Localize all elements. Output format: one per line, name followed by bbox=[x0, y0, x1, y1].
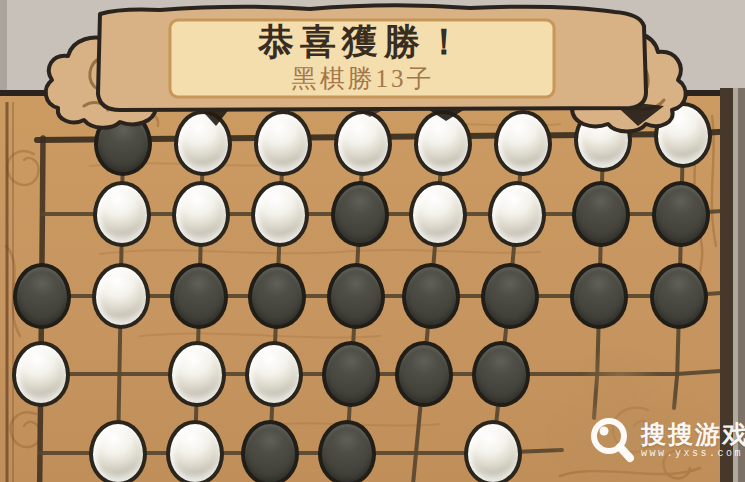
victory-result-text: 黑棋勝13子 bbox=[170, 64, 556, 94]
wood-streaks bbox=[90, 124, 560, 426]
game-victory-screen: 恭喜獲勝！ 黑棋勝13子 搜搜游戏 www.yxss.com bbox=[0, 0, 745, 482]
watermark-site-url: www.yxss.com bbox=[641, 448, 745, 460]
victory-banner: 恭喜獲勝！ 黑棋勝13子 bbox=[0, 0, 745, 135]
victory-title: 恭喜獲勝！ bbox=[170, 22, 556, 62]
watermark-site-name: 搜搜游戏 bbox=[641, 421, 745, 448]
magnifier-icon bbox=[588, 416, 634, 464]
watermark: 搜搜游戏 www.yxss.com bbox=[588, 416, 745, 464]
